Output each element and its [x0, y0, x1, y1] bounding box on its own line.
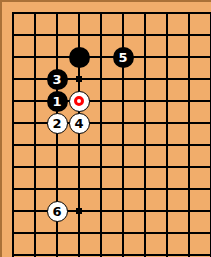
intersection-5-10	[90, 200, 112, 222]
intersection-10-5	[200, 90, 211, 112]
intersection-2-12	[24, 244, 46, 257]
intersection-8-7	[156, 134, 178, 156]
intersection-7-5	[134, 90, 156, 112]
intersection-7-2	[134, 24, 156, 46]
intersection-2-9	[24, 178, 46, 200]
go-board: 531246	[2, 2, 211, 257]
intersection-9-5	[178, 90, 200, 112]
stone-black-1: 1	[47, 91, 68, 112]
intersection-1-11	[2, 222, 24, 244]
intersection-5-5	[90, 90, 112, 112]
go-diagram: 531246	[0, 0, 211, 257]
intersection-7-9	[134, 178, 156, 200]
intersection-3-4: 3	[46, 68, 68, 90]
intersection-6-8	[112, 156, 134, 178]
intersection-8-9	[156, 178, 178, 200]
intersection-2-10	[24, 200, 46, 222]
intersection-3-3	[46, 46, 68, 68]
intersection-5-11	[90, 222, 112, 244]
intersection-6-5	[112, 90, 134, 112]
intersection-4-10	[68, 200, 90, 222]
intersection-10-4	[200, 68, 211, 90]
intersection-9-4	[178, 68, 200, 90]
stone-number: 1	[52, 95, 61, 108]
intersection-9-2	[178, 24, 200, 46]
intersection-10-9	[200, 178, 211, 200]
hoshi-point	[76, 208, 82, 214]
intersection-4-12	[68, 244, 90, 257]
intersection-6-6	[112, 112, 134, 134]
intersection-10-1	[200, 2, 211, 24]
intersection-1-3	[2, 46, 24, 68]
intersection-4-11	[68, 222, 90, 244]
stone-black-3: 3	[47, 69, 68, 90]
intersection-9-3	[178, 46, 200, 68]
intersection-2-6	[24, 112, 46, 134]
intersection-1-2	[2, 24, 24, 46]
stone-number: 2	[52, 117, 61, 130]
stone-black-5: 5	[113, 47, 134, 68]
intersection-3-12	[46, 244, 68, 257]
intersection-3-9	[46, 178, 68, 200]
intersection-6-3: 5	[112, 46, 134, 68]
intersection-2-4	[24, 68, 46, 90]
intersection-4-8	[68, 156, 90, 178]
intersection-10-12	[200, 244, 211, 257]
intersection-10-10	[200, 200, 211, 222]
intersection-5-9	[90, 178, 112, 200]
intersection-7-10	[134, 200, 156, 222]
intersection-6-9	[112, 178, 134, 200]
intersection-2-11	[24, 222, 46, 244]
intersection-6-2	[112, 24, 134, 46]
intersection-9-6	[178, 112, 200, 134]
intersection-3-2	[46, 24, 68, 46]
intersection-7-1	[134, 2, 156, 24]
stone-white-2: 2	[47, 113, 68, 134]
intersection-10-8	[200, 156, 211, 178]
intersection-8-5	[156, 90, 178, 112]
intersection-9-11	[178, 222, 200, 244]
intersection-9-8	[178, 156, 200, 178]
intersection-10-2	[200, 24, 211, 46]
intersection-8-8	[156, 156, 178, 178]
intersection-4-3	[68, 46, 90, 68]
intersection-7-4	[134, 68, 156, 90]
intersection-1-7	[2, 134, 24, 156]
intersection-6-12	[112, 244, 134, 257]
intersection-3-1	[46, 2, 68, 24]
intersection-1-8	[2, 156, 24, 178]
intersection-2-1	[24, 2, 46, 24]
intersection-3-5: 1	[46, 90, 68, 112]
intersection-4-6: 4	[68, 112, 90, 134]
intersection-4-1	[68, 2, 90, 24]
intersection-5-1	[90, 2, 112, 24]
intersection-5-2	[90, 24, 112, 46]
intersection-6-4	[112, 68, 134, 90]
stone-number: 6	[52, 205, 61, 218]
intersection-6-1	[112, 2, 134, 24]
intersection-5-12	[90, 244, 112, 257]
intersection-7-12	[134, 244, 156, 257]
stone-black	[69, 47, 90, 68]
intersection-2-2	[24, 24, 46, 46]
intersection-1-9	[2, 178, 24, 200]
intersection-3-11	[46, 222, 68, 244]
intersection-7-7	[134, 134, 156, 156]
intersection-4-5	[68, 90, 90, 112]
intersection-2-8	[24, 156, 46, 178]
intersection-4-7	[68, 134, 90, 156]
stone-number: 5	[118, 51, 127, 64]
intersection-6-7	[112, 134, 134, 156]
intersection-6-10	[112, 200, 134, 222]
intersection-4-2	[68, 24, 90, 46]
intersection-1-6	[2, 112, 24, 134]
intersection-8-6	[156, 112, 178, 134]
intersection-2-3	[24, 46, 46, 68]
intersection-7-8	[134, 156, 156, 178]
intersection-2-5	[24, 90, 46, 112]
intersection-3-8	[46, 156, 68, 178]
stone-number: 4	[74, 117, 83, 130]
red-circle-mark	[74, 96, 84, 106]
intersection-8-1	[156, 2, 178, 24]
intersection-7-11	[134, 222, 156, 244]
intersection-5-7	[90, 134, 112, 156]
intersection-3-6: 2	[46, 112, 68, 134]
intersection-4-9	[68, 178, 90, 200]
intersection-8-10	[156, 200, 178, 222]
intersection-8-2	[156, 24, 178, 46]
intersection-9-1	[178, 2, 200, 24]
intersection-1-1	[2, 2, 24, 24]
intersection-4-4	[68, 68, 90, 90]
intersection-10-3	[200, 46, 211, 68]
intersection-1-4	[2, 68, 24, 90]
intersection-10-7	[200, 134, 211, 156]
intersection-1-5	[2, 90, 24, 112]
intersection-7-6	[134, 112, 156, 134]
intersection-6-11	[112, 222, 134, 244]
intersection-9-10	[178, 200, 200, 222]
intersection-9-7	[178, 134, 200, 156]
intersection-2-7	[24, 134, 46, 156]
intersection-5-6	[90, 112, 112, 134]
intersection-7-3	[134, 46, 156, 68]
intersection-8-3	[156, 46, 178, 68]
stone-white-6: 6	[47, 201, 68, 222]
intersection-5-3	[90, 46, 112, 68]
intersection-5-4	[90, 68, 112, 90]
stone-white-4: 4	[69, 113, 90, 134]
intersection-8-12	[156, 244, 178, 257]
intersection-1-10	[2, 200, 24, 222]
hoshi-point	[76, 76, 82, 82]
intersection-9-9	[178, 178, 200, 200]
intersection-5-8	[90, 156, 112, 178]
intersection-9-12	[178, 244, 200, 257]
intersection-1-12	[2, 244, 24, 257]
intersection-3-10: 6	[46, 200, 68, 222]
stone-white-marked	[69, 91, 90, 112]
intersection-10-6	[200, 112, 211, 134]
intersection-8-11	[156, 222, 178, 244]
stone-number: 3	[52, 73, 61, 86]
intersection-3-7	[46, 134, 68, 156]
intersection-8-4	[156, 68, 178, 90]
intersection-10-11	[200, 222, 211, 244]
